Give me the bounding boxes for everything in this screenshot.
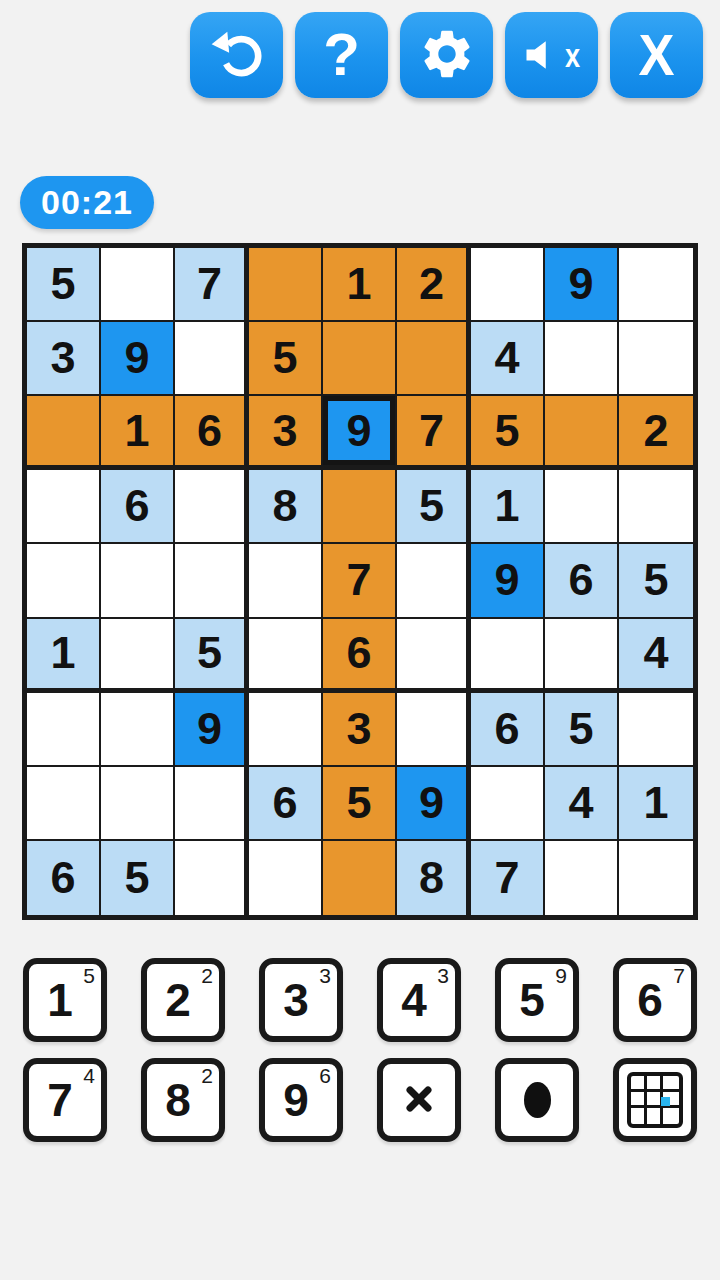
cell-r2c4[interactable]: 5: [249, 322, 323, 396]
numpad-digit: 7: [47, 1077, 73, 1123]
cell-r7c8[interactable]: 5: [545, 693, 619, 767]
cell-r3c5[interactable]: 9: [323, 396, 397, 470]
help-button[interactable]: ?: [295, 12, 388, 98]
cell-r5c7[interactable]: 9: [471, 544, 545, 618]
cell-r3c7[interactable]: 5: [471, 396, 545, 470]
sudoku-board: 5712939541639752685179651564936565941658…: [22, 243, 698, 920]
numpad-placed-count: 9: [555, 965, 567, 986]
cell-r9c9[interactable]: [619, 841, 693, 915]
cell-r1c4[interactable]: [249, 248, 323, 322]
cell-r2c6[interactable]: [397, 322, 471, 396]
cell-r9c2[interactable]: 5: [101, 841, 175, 915]
timer-badge: 00:21: [20, 176, 154, 229]
numpad-digit: 2: [165, 977, 191, 1023]
cell-r3c3[interactable]: 6: [175, 396, 249, 470]
numpad-9-button[interactable]: 96: [259, 1058, 343, 1142]
undo-button[interactable]: [190, 12, 283, 98]
numpad-digit: 1: [47, 977, 73, 1023]
cell-r9c7[interactable]: 7: [471, 841, 545, 915]
cell-r1c2[interactable]: [101, 248, 175, 322]
numpad-6-button[interactable]: 67: [613, 958, 697, 1042]
cell-r2c3[interactable]: [175, 322, 249, 396]
cell-r8c8[interactable]: 4: [545, 767, 619, 841]
cell-r7c3[interactable]: 9: [175, 693, 249, 767]
cell-r6c1[interactable]: 1: [27, 619, 101, 693]
cell-r8c2[interactable]: [101, 767, 175, 841]
cell-r7c7[interactable]: 6: [471, 693, 545, 767]
cell-r1c5[interactable]: 1: [323, 248, 397, 322]
cell-r4c2[interactable]: 6: [101, 470, 175, 544]
number-pad-row-2: 748296: [23, 1058, 697, 1142]
cell-r1c7[interactable]: [471, 248, 545, 322]
cell-r2c2[interactable]: 9: [101, 322, 175, 396]
numpad-placed-count: 7: [673, 965, 685, 986]
numpad-digit: 9: [283, 1077, 309, 1123]
numpad-digit: 4: [401, 977, 427, 1023]
cell-r6c7[interactable]: [471, 619, 545, 693]
cell-r6c2[interactable]: [101, 619, 175, 693]
pen-mode-button[interactable]: [495, 1058, 579, 1142]
numpad-placed-count: 2: [201, 965, 213, 986]
cell-r5c1[interactable]: [27, 544, 101, 618]
numpad-8-button[interactable]: 82: [141, 1058, 225, 1142]
cell-r5c2[interactable]: [101, 544, 175, 618]
cell-r1c9[interactable]: [619, 248, 693, 322]
cell-r2c1[interactable]: 3: [27, 322, 101, 396]
cell-r4c3[interactable]: [175, 470, 249, 544]
numpad-2-button[interactable]: 22: [141, 958, 225, 1042]
numpad-digit: 8: [165, 1077, 191, 1123]
numpad-placed-count: 2: [201, 1065, 213, 1086]
cell-r7c4[interactable]: [249, 693, 323, 767]
cell-r4c9[interactable]: [619, 470, 693, 544]
cell-r5c4[interactable]: [249, 544, 323, 618]
cell-r1c3[interactable]: 7: [175, 248, 249, 322]
cell-r7c1[interactable]: [27, 693, 101, 767]
cell-r6c8[interactable]: [545, 619, 619, 693]
numpad-3-button[interactable]: 33: [259, 958, 343, 1042]
numpad-placed-count: 4: [83, 1065, 95, 1086]
cell-r4c7[interactable]: 1: [471, 470, 545, 544]
numpad-digit: 3: [283, 977, 309, 1023]
cell-r4c1[interactable]: [27, 470, 101, 544]
cell-r4c4[interactable]: 8: [249, 470, 323, 544]
cell-r1c1[interactable]: 5: [27, 248, 101, 322]
cell-r8c6[interactable]: 9: [397, 767, 471, 841]
cell-r2c7[interactable]: 4: [471, 322, 545, 396]
app-screen: ? x X 00:21 5712939541639752685179651564…: [0, 0, 720, 1280]
notes-mode-button[interactable]: [613, 1058, 697, 1142]
numpad-1-button[interactable]: 15: [23, 958, 107, 1042]
cell-r9c5[interactable]: [323, 841, 397, 915]
cell-r5c8[interactable]: 6: [545, 544, 619, 618]
pen-dot-icon: [524, 1082, 551, 1118]
erase-x-icon: [397, 1077, 441, 1124]
cell-r2c5[interactable]: [323, 322, 397, 396]
cell-r4c5[interactable]: [323, 470, 397, 544]
cell-r3c6[interactable]: 7: [397, 396, 471, 470]
numpad-7-button[interactable]: 74: [23, 1058, 107, 1142]
cell-r7c5[interactable]: 3: [323, 693, 397, 767]
speaker-muted-icon: x: [521, 33, 582, 77]
cell-r6c6[interactable]: [397, 619, 471, 693]
cell-r5c5[interactable]: 7: [323, 544, 397, 618]
notes-dot: [661, 1097, 670, 1106]
cell-r9c1[interactable]: 6: [27, 841, 101, 915]
cell-r8c9[interactable]: 1: [619, 767, 693, 841]
timer-value: 00:21: [41, 183, 133, 222]
cell-r3c1[interactable]: [27, 396, 101, 470]
notes-grid-icon: [627, 1072, 683, 1128]
cell-r5c9[interactable]: 5: [619, 544, 693, 618]
cell-r8c7[interactable]: [471, 767, 545, 841]
mute-button[interactable]: x: [505, 12, 598, 98]
numpad-placed-count: 5: [83, 965, 95, 986]
close-button[interactable]: X: [610, 12, 703, 98]
cell-r3c4[interactable]: 3: [249, 396, 323, 470]
cell-r1c6[interactable]: 2: [397, 248, 471, 322]
cell-r6c5[interactable]: 6: [323, 619, 397, 693]
numpad-digit: 5: [519, 977, 545, 1023]
cell-r6c3[interactable]: 5: [175, 619, 249, 693]
cell-r4c8[interactable]: [545, 470, 619, 544]
cell-r9c3[interactable]: [175, 841, 249, 915]
cell-r7c2[interactable]: [101, 693, 175, 767]
cell-r6c9[interactable]: 4: [619, 619, 693, 693]
numpad-digit: 6: [637, 977, 663, 1023]
cell-r8c3[interactable]: [175, 767, 249, 841]
cell-r5c3[interactable]: [175, 544, 249, 618]
undo-icon: [208, 25, 266, 86]
numpad-placed-count: 6: [319, 1065, 331, 1086]
toolbar: ? x X: [190, 12, 703, 98]
cell-r3c2[interactable]: 1: [101, 396, 175, 470]
close-icon: X: [638, 27, 674, 84]
erase-button[interactable]: [377, 1058, 461, 1142]
cell-r8c5[interactable]: 5: [323, 767, 397, 841]
question-mark-icon: ?: [323, 25, 360, 85]
cell-r2c8[interactable]: [545, 322, 619, 396]
cell-r3c9[interactable]: 2: [619, 396, 693, 470]
cell-r2c9[interactable]: [619, 322, 693, 396]
cell-r4c6[interactable]: 5: [397, 470, 471, 544]
number-pad-row-1: 152233435967: [23, 958, 697, 1042]
cell-r7c9[interactable]: [619, 693, 693, 767]
cell-r9c6[interactable]: 8: [397, 841, 471, 915]
cell-r5c6[interactable]: [397, 544, 471, 618]
numpad-4-button[interactable]: 43: [377, 958, 461, 1042]
cell-r8c4[interactable]: 6: [249, 767, 323, 841]
numpad-placed-count: 3: [437, 965, 449, 986]
cell-r1c8[interactable]: 9: [545, 248, 619, 322]
cell-r6c4[interactable]: [249, 619, 323, 693]
gear-icon: [418, 25, 476, 86]
cell-r7c6[interactable]: [397, 693, 471, 767]
cell-r9c4[interactable]: [249, 841, 323, 915]
cell-r9c8[interactable]: [545, 841, 619, 915]
numpad-placed-count: 3: [319, 965, 331, 986]
settings-button[interactable]: [400, 12, 493, 98]
cell-r3c8[interactable]: [545, 396, 619, 470]
numpad-5-button[interactable]: 59: [495, 958, 579, 1042]
cell-r8c1[interactable]: [27, 767, 101, 841]
